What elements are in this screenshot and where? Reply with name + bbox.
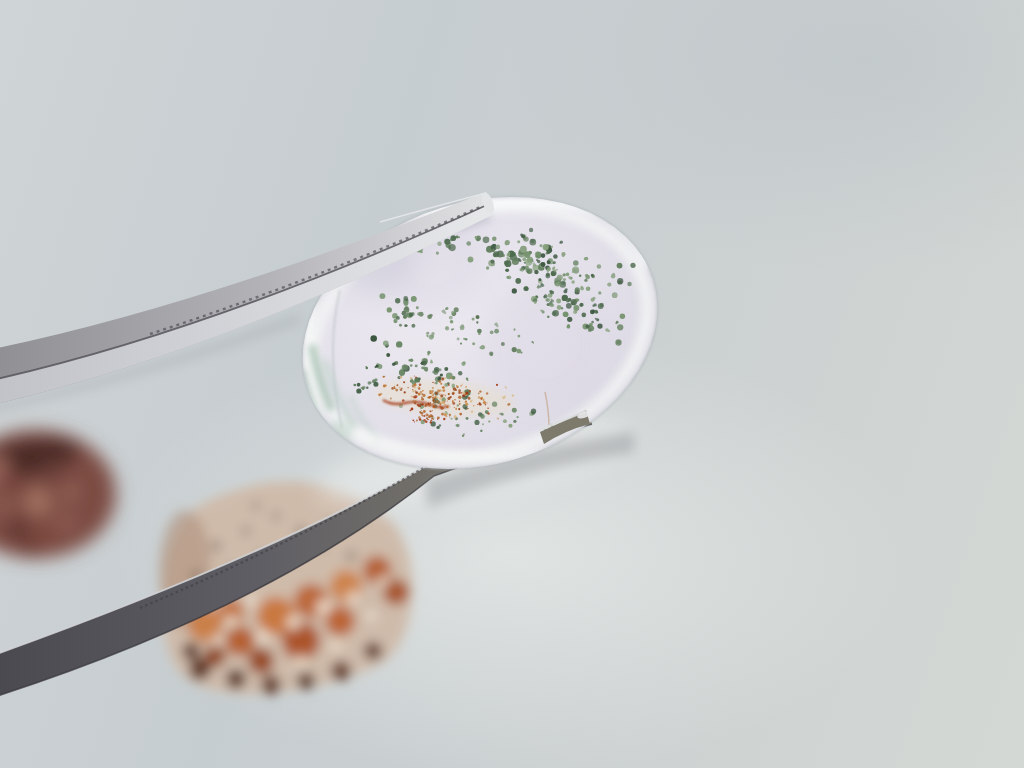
speckle: [246, 596, 256, 606]
speckle: [567, 317, 572, 322]
speckle: [532, 262, 534, 264]
speckle: [480, 415, 483, 418]
speckle: [575, 287, 580, 292]
speckle: [483, 236, 490, 243]
speckle: [478, 393, 480, 395]
speckle: [432, 416, 433, 417]
speckle: [426, 417, 428, 419]
speckle: [454, 399, 456, 401]
speckle: [404, 301, 409, 306]
speckle: [439, 368, 442, 371]
speckle: [432, 382, 433, 383]
speckle: [487, 412, 489, 414]
speckle: [472, 342, 475, 345]
speckle: [421, 393, 423, 395]
speckle: [627, 282, 632, 287]
speckle: [411, 396, 413, 398]
speckle: [476, 316, 479, 319]
speckle: [434, 383, 435, 384]
speckle: [415, 377, 417, 379]
speckle: [478, 396, 480, 398]
speckle: [530, 239, 535, 244]
speckle: [444, 239, 450, 245]
speckle: [451, 311, 455, 315]
speckle: [440, 394, 443, 397]
speckle: [616, 340, 620, 344]
speckle: [529, 228, 533, 232]
speckle: [189, 658, 211, 680]
speckle: [424, 405, 426, 407]
speckle: [402, 365, 406, 369]
speckle: [436, 252, 439, 255]
speckle: [331, 661, 351, 681]
speckle: [469, 390, 471, 392]
speckle: [512, 394, 514, 396]
speckle: [620, 313, 625, 318]
speckle: [316, 600, 330, 614]
speckle: [459, 413, 462, 416]
speckle: [436, 396, 437, 397]
speckle: [454, 415, 456, 417]
speckle: [390, 398, 392, 400]
speckle: [584, 258, 587, 261]
speckle: [541, 262, 546, 267]
speckle: [504, 260, 509, 265]
speckle: [459, 401, 460, 402]
speckle: [225, 626, 255, 656]
speckle: [444, 312, 447, 315]
speckle: [458, 408, 460, 410]
speckle: [592, 305, 594, 307]
speckle: [516, 349, 521, 354]
speckle: [383, 341, 389, 347]
speckle: [501, 342, 505, 346]
speckle: [525, 259, 532, 266]
speckle: [443, 418, 445, 420]
speckle: [465, 401, 467, 403]
speckle: [437, 416, 440, 419]
speckle: [452, 400, 453, 401]
speckle: [508, 276, 512, 280]
speckle: [557, 276, 561, 280]
speckle: [547, 260, 550, 263]
speckle: [607, 282, 611, 286]
speckle: [512, 288, 517, 293]
speckle: [421, 414, 423, 416]
speckle: [449, 393, 451, 395]
speckle: [517, 240, 520, 243]
speckle: [512, 347, 517, 352]
speckle: [257, 630, 269, 642]
speckle: [465, 392, 468, 395]
speckle: [505, 386, 506, 387]
speckle: [448, 384, 450, 386]
speckle: [630, 263, 635, 268]
speckle: [585, 325, 588, 328]
speckle: [420, 391, 422, 393]
speckle: [489, 352, 493, 356]
speckle: [403, 381, 405, 383]
speckle: [479, 346, 482, 349]
speckle: [483, 399, 485, 401]
speckle: [617, 324, 623, 330]
speckle: [479, 403, 481, 405]
speckle: [596, 311, 599, 314]
speckle: [505, 242, 509, 246]
speckle: [478, 333, 480, 335]
speckle: [455, 424, 457, 426]
speckle: [443, 394, 444, 395]
speckle: [574, 269, 579, 274]
speckle: [444, 404, 445, 405]
speckle: [431, 332, 434, 335]
speckle: [481, 398, 483, 400]
speckle: [503, 419, 507, 423]
speckle: [416, 387, 417, 388]
speckle: [242, 527, 250, 535]
speckle: [412, 419, 414, 421]
speckle: [465, 387, 466, 388]
speckle: [483, 401, 486, 404]
speckle: [549, 290, 552, 293]
speckle: [556, 269, 558, 271]
speckle: [495, 245, 500, 250]
speckle: [440, 393, 441, 394]
speckle: [490, 260, 494, 264]
speckle: [410, 377, 411, 378]
speckle: [385, 385, 387, 387]
speckle: [379, 293, 385, 299]
speckle: [407, 387, 408, 388]
speckle: [450, 396, 452, 398]
speckle: [211, 541, 221, 551]
speckle: [430, 396, 432, 398]
speckle: [493, 253, 497, 257]
speckle: [387, 307, 392, 312]
speckle: [467, 379, 469, 381]
speckle: [0, 470, 20, 490]
speckle: [394, 362, 396, 364]
speckle: [400, 376, 402, 378]
speckle: [430, 421, 432, 423]
speckle: [475, 238, 477, 240]
speckle: [485, 410, 488, 413]
speckle: [415, 364, 418, 367]
speckle: [434, 398, 436, 400]
speckle: [460, 385, 462, 387]
speckle: [553, 262, 555, 264]
speckle: [482, 423, 484, 425]
speckle: [568, 276, 570, 278]
speckle: [562, 295, 568, 301]
speckle: [408, 359, 410, 361]
speckle: [445, 415, 447, 417]
speckle: [463, 361, 466, 364]
speckle: [512, 258, 519, 265]
speckle: [414, 421, 415, 422]
speckle: [533, 342, 535, 344]
speckle: [567, 324, 570, 327]
speckle: [381, 394, 382, 395]
speckle: [411, 296, 417, 302]
speckle: [248, 648, 274, 674]
speckle: [485, 404, 486, 405]
speckle: [439, 397, 442, 400]
speckle: [557, 305, 562, 310]
speckle: [577, 299, 580, 302]
speckle: [419, 383, 422, 386]
speckle: [295, 655, 307, 667]
speckle: [505, 269, 508, 272]
speckle: [395, 389, 398, 392]
speckle: [404, 391, 406, 393]
speckle: [426, 335, 428, 337]
speckle: [394, 320, 397, 323]
speckle: [357, 383, 360, 386]
speckle: [428, 415, 430, 417]
speckle: [439, 380, 442, 383]
speckle: [457, 338, 460, 341]
speckle: [386, 353, 390, 357]
speckle: [556, 299, 561, 304]
speckle: [418, 392, 421, 395]
speckle: [440, 403, 442, 405]
speckle: [540, 244, 543, 247]
speckle: [395, 298, 400, 303]
speckle: [547, 250, 551, 254]
speckle: [393, 387, 394, 388]
speckle: [459, 403, 461, 405]
speckle: [415, 391, 418, 394]
speckle: [494, 329, 499, 334]
speckle: [502, 254, 505, 257]
speckle: [461, 324, 464, 327]
speckle: [360, 387, 362, 389]
speckle: [405, 306, 409, 310]
speckle: [370, 335, 376, 341]
speckle: [517, 335, 520, 338]
speckle: [6, 516, 30, 540]
speckle: [447, 400, 448, 401]
speckle: [421, 396, 423, 398]
speckle: [454, 407, 455, 408]
speckle: [562, 254, 565, 257]
speckle: [598, 291, 601, 294]
speckle: [364, 642, 382, 660]
speckle: [437, 242, 441, 246]
speckle: [444, 400, 446, 402]
speckle: [438, 393, 439, 394]
speckle: [566, 313, 568, 315]
speckle: [548, 316, 550, 318]
speckle: [597, 323, 602, 328]
speckle: [581, 313, 586, 318]
speckle: [412, 390, 415, 393]
speckle: [444, 367, 448, 371]
speckle: [403, 315, 407, 319]
speckle: [476, 321, 478, 323]
speckle: [450, 320, 454, 324]
speckle: [439, 394, 440, 395]
speckle: [414, 376, 415, 377]
speckle: [44, 461, 66, 483]
speckle: [471, 399, 473, 401]
speckle: [449, 416, 450, 417]
speckle: [442, 389, 445, 392]
speckle: [463, 338, 465, 340]
speckle: [429, 393, 430, 394]
speckle: [579, 275, 581, 277]
speckle: [486, 402, 487, 403]
speckle: [504, 396, 506, 398]
speckle: [353, 384, 356, 387]
speckle: [514, 328, 516, 330]
speckle: [445, 326, 448, 329]
speckle: [449, 316, 453, 320]
speckle: [297, 672, 315, 690]
speckle: [252, 502, 260, 510]
speckle: [365, 366, 367, 368]
speckle: [396, 341, 402, 347]
speckle: [462, 392, 465, 395]
speckle: [432, 418, 434, 420]
speckle: [546, 273, 550, 277]
speckle: [25, 489, 51, 515]
speckle: [579, 304, 582, 307]
speckle: [325, 606, 355, 636]
speckle: [426, 414, 429, 417]
speckle: [430, 411, 432, 413]
speckle: [464, 407, 467, 410]
speckle: [261, 675, 281, 695]
speckle: [543, 296, 546, 299]
speckle: [282, 622, 320, 660]
speckle: [462, 384, 464, 386]
speckle: [55, 511, 77, 533]
speckle: [458, 236, 460, 238]
speckle: [468, 408, 469, 409]
speckle: [410, 409, 412, 411]
speckle: [538, 278, 541, 281]
speckle: [286, 616, 300, 630]
speckle: [226, 669, 246, 689]
speckle: [421, 410, 422, 411]
speckle: [553, 254, 558, 259]
speckle: [531, 411, 535, 415]
speckle: [497, 418, 498, 419]
speckle: [608, 330, 610, 332]
speckle: [571, 280, 575, 284]
speckle: [432, 370, 435, 373]
speckle: [427, 332, 429, 334]
speckle: [506, 257, 509, 260]
speckle: [444, 395, 446, 397]
speckle: [436, 400, 439, 403]
speckle: [432, 387, 434, 389]
speckle: [272, 512, 280, 520]
speckle: [416, 306, 419, 309]
speckle: [347, 591, 359, 603]
speckle: [499, 413, 501, 415]
speckle: [473, 405, 475, 407]
speckle: [399, 324, 402, 327]
speckle: [509, 403, 511, 405]
speckle: [409, 313, 413, 317]
speckle: [468, 258, 472, 262]
speckle: [508, 252, 511, 255]
speckle: [618, 264, 622, 268]
speckle: [573, 305, 579, 311]
speckle: [428, 419, 429, 420]
speckle: [431, 391, 433, 393]
speckle: [432, 397, 434, 399]
speckle: [373, 382, 378, 387]
speckle: [439, 377, 442, 380]
speckle: [522, 257, 526, 261]
speckle: [525, 288, 528, 291]
speckle: [554, 270, 556, 272]
speckle: [432, 394, 434, 396]
speckle: [182, 642, 200, 660]
speckle: [584, 279, 587, 282]
speckle: [422, 390, 423, 391]
speckle: [369, 381, 371, 383]
speckle: [520, 234, 523, 237]
speckle: [414, 383, 416, 385]
speckle: [463, 433, 465, 435]
speckle: [430, 420, 432, 422]
speckle: [492, 402, 497, 407]
speckle: [421, 366, 424, 369]
speckle: [444, 387, 445, 388]
speckle: [527, 270, 531, 274]
speckle: [519, 268, 522, 271]
speckle: [490, 331, 494, 335]
speckle: [449, 414, 451, 416]
speckle: [416, 419, 418, 421]
speckle: [467, 418, 469, 420]
speckle: [561, 281, 566, 286]
speckle: [492, 249, 495, 252]
speckle: [515, 278, 521, 284]
speckle: [458, 389, 461, 392]
speckle: [456, 385, 457, 386]
speckle: [458, 396, 461, 399]
blurred-stone-left: [0, 430, 116, 558]
speckle: [580, 286, 583, 289]
speckle: [451, 418, 453, 420]
speckle: [434, 402, 436, 404]
speckle: [513, 420, 516, 423]
speckle: [612, 273, 615, 276]
speckle: [406, 325, 408, 327]
speckle: [439, 390, 441, 392]
speckle: [435, 382, 438, 385]
speckle: [497, 417, 498, 418]
speckle: [423, 415, 425, 417]
speckle: [540, 310, 542, 312]
gemstone-macro-photo: [0, 0, 1024, 768]
speckle: [586, 286, 591, 291]
speckle: [585, 274, 588, 277]
speckle: [480, 430, 482, 432]
speckle: [20, 538, 40, 558]
speckle: [458, 405, 459, 406]
speckle: [61, 483, 79, 501]
speckle: [396, 384, 398, 386]
speckle: [534, 301, 537, 304]
speckle: [508, 424, 512, 428]
